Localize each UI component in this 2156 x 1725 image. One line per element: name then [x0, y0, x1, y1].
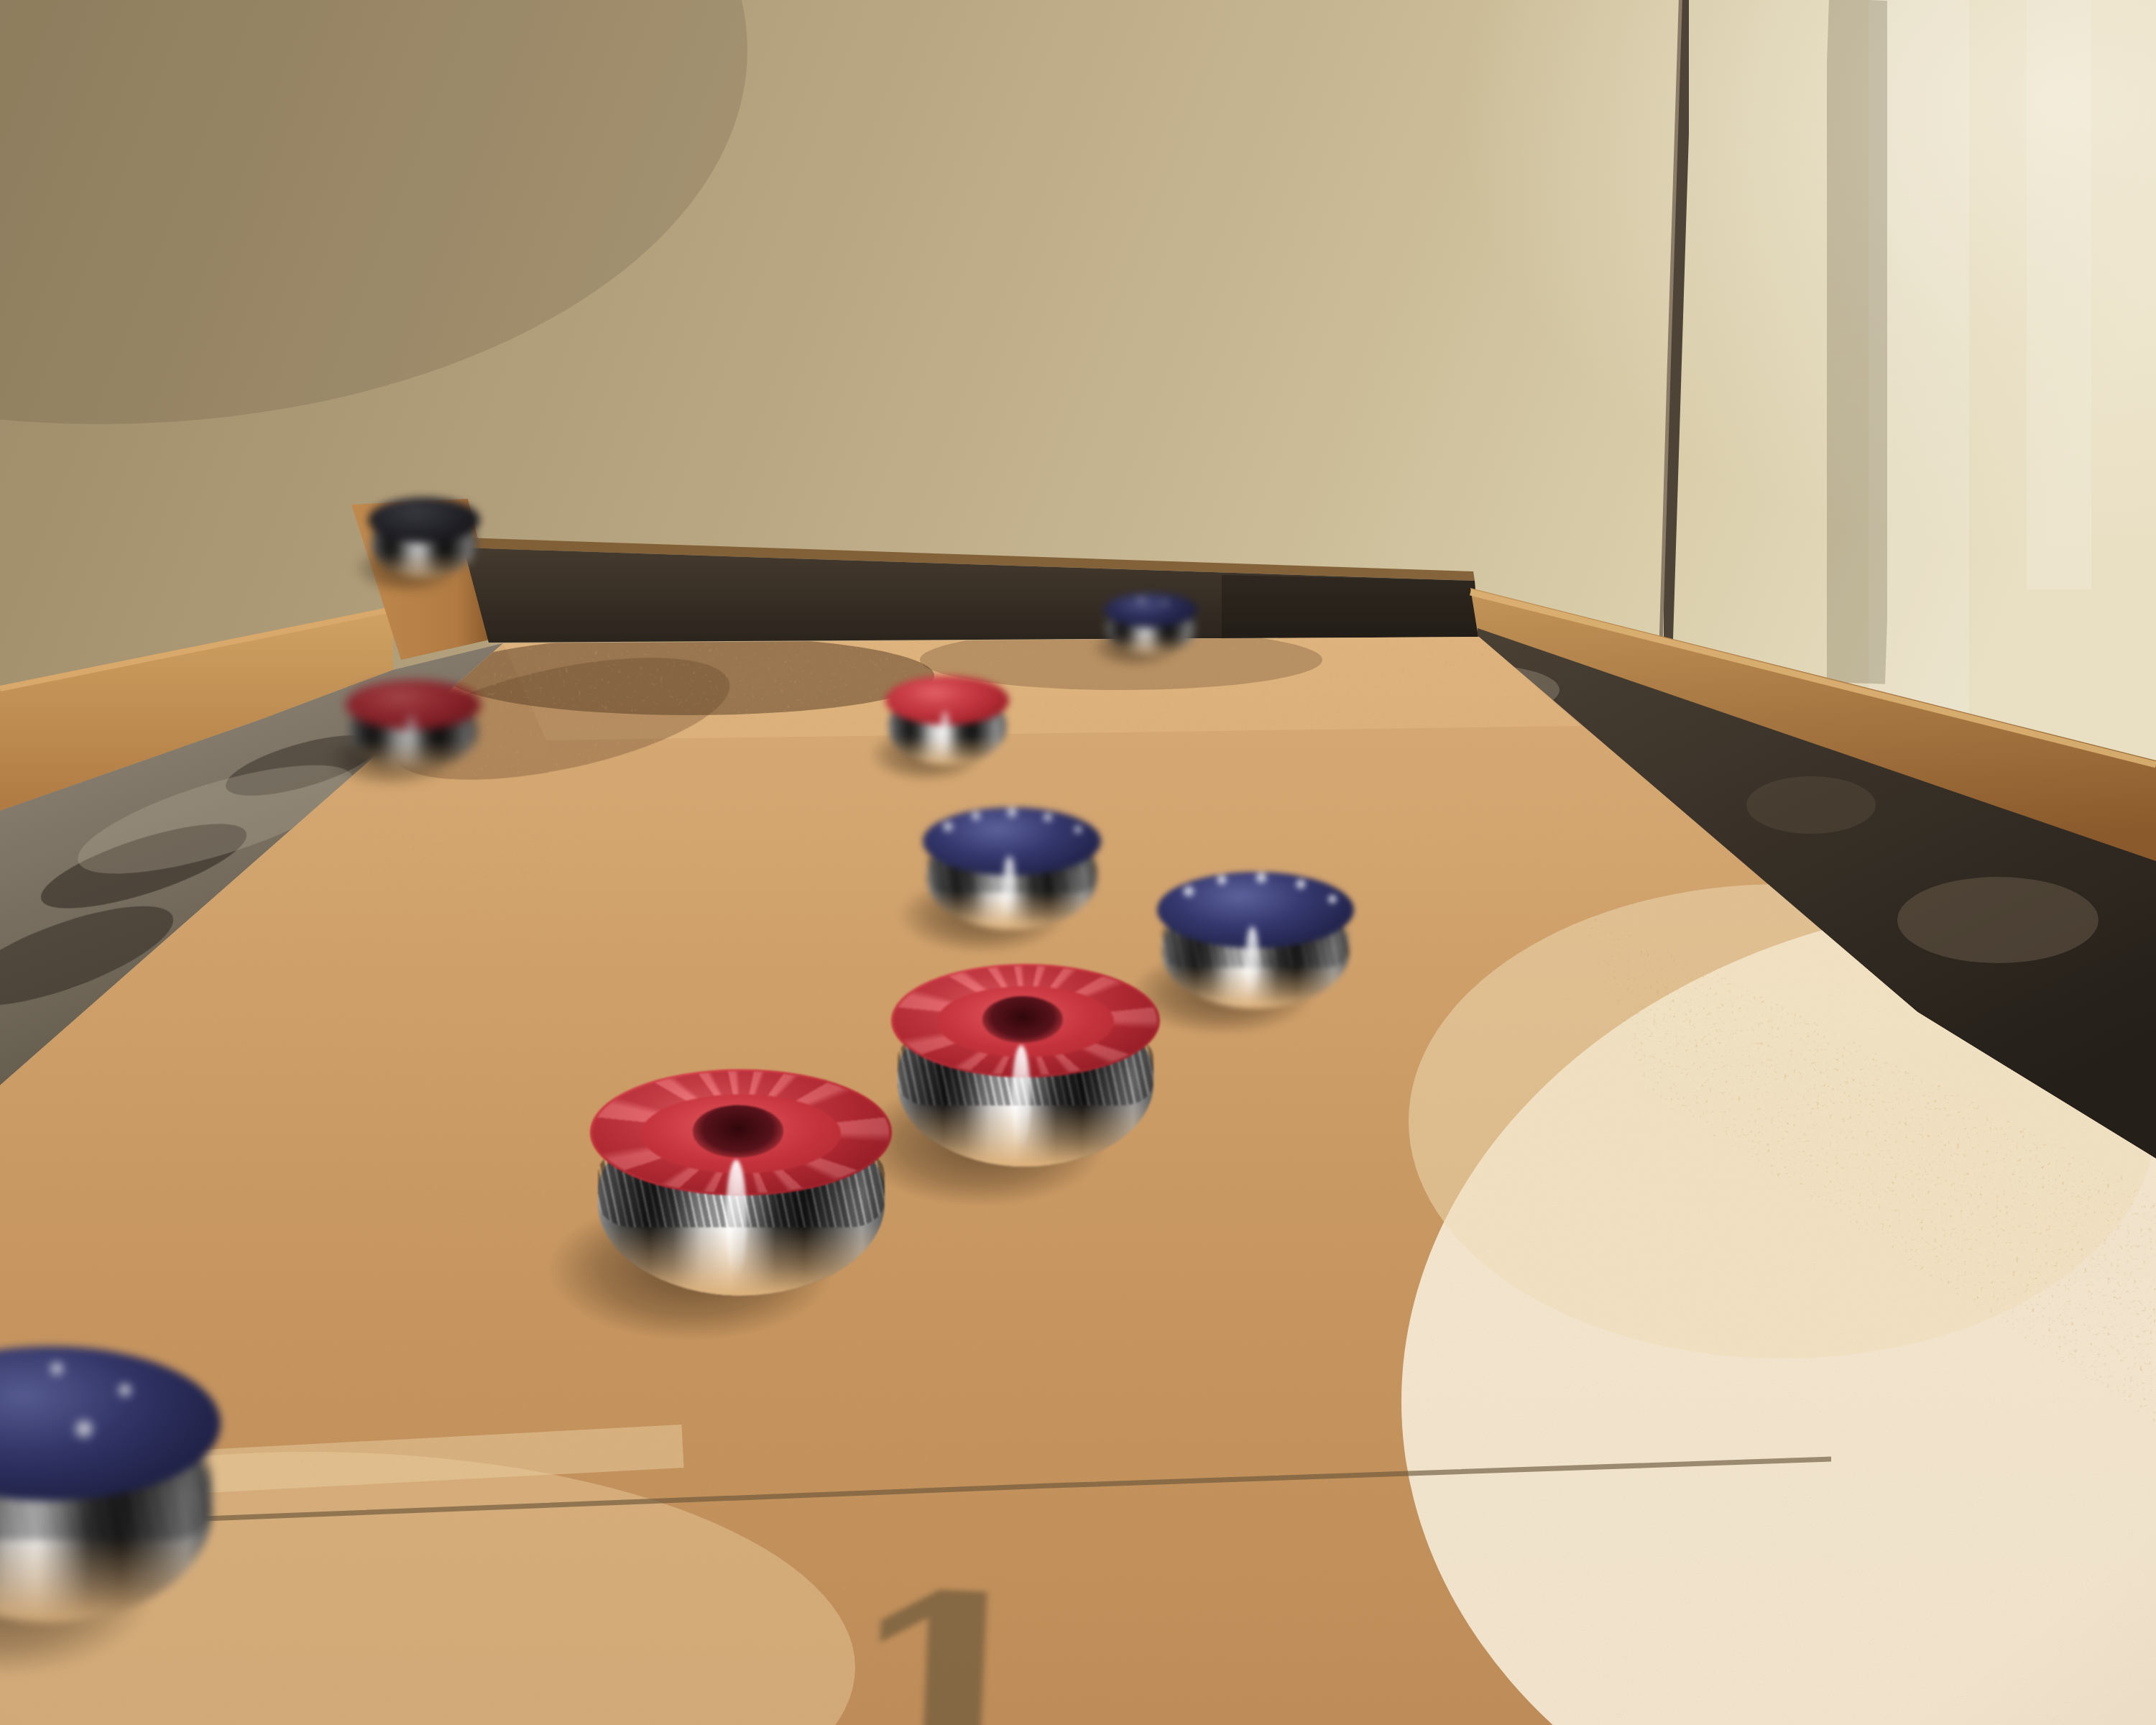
puck-cap-sparkle: [1254, 870, 1268, 885]
puck-cap-sparkle: [1073, 824, 1083, 834]
puck-cap-sparkle: [1138, 597, 1145, 604]
puck-blue-B4[interactable]: [0, 1346, 221, 1622]
puck-cap-sparkle: [941, 820, 954, 833]
puck-blue-B3[interactable]: [1157, 872, 1354, 1008]
pucks-layer: [0, 0, 2156, 1725]
puck-red-R4[interactable]: [590, 1069, 892, 1296]
puck-cap-sparkle: [73, 1417, 96, 1440]
puck-cap-sparkle: [1215, 873, 1228, 886]
puck-cap: [369, 497, 480, 543]
puck-cap-sparkle: [1327, 893, 1338, 905]
puck-red-R2[interactable]: [885, 676, 1009, 765]
puck-cap-sparkle: [970, 810, 982, 822]
puck-cap-sparkle: [48, 1360, 65, 1377]
puck-cap-hole: [693, 1105, 783, 1157]
puck-red-R3[interactable]: [891, 964, 1160, 1167]
puck-cap-sparkle: [1181, 884, 1196, 898]
puck-cap-sparkle: [116, 1381, 134, 1399]
puck-chrome-glint: [407, 716, 416, 762]
puck-cap-sparkle: [1042, 811, 1054, 823]
puck-dark-X1[interactable]: [369, 497, 480, 578]
puck-chrome-glint: [1003, 856, 1015, 919]
puck-cap-sparkle: [1005, 806, 1018, 819]
puck-cap-sparkle: [1294, 878, 1307, 891]
puck-blue-B2[interactable]: [923, 807, 1101, 929]
puck-cap-hole: [982, 996, 1063, 1043]
puck-cap: [1104, 593, 1197, 627]
shuffleboard-scene: 1: [0, 0, 2156, 1725]
puck-red-R1[interactable]: [346, 680, 481, 769]
puck-cap-sparkle: [1162, 600, 1168, 606]
puck-blue-B1[interactable]: [1104, 593, 1197, 655]
